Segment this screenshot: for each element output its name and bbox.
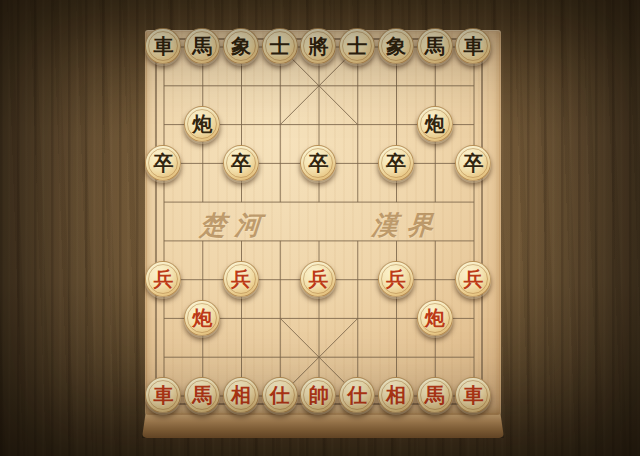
board-cell-r6c7[interactable]: [415, 260, 454, 299]
board-cell-r9c0[interactable]: 車: [144, 376, 183, 415]
piece-red-horse[interactable]: 馬: [417, 377, 453, 413]
board-cell-r0c6[interactable]: 象: [377, 27, 416, 66]
piece-red-soldier[interactable]: 兵: [145, 261, 181, 297]
board-cell-r4c6[interactable]: [377, 182, 416, 221]
piece-red-soldier[interactable]: 兵: [223, 261, 259, 297]
piece-black-general[interactable]: 將: [300, 28, 336, 64]
board-cell-r7c7[interactable]: 炮: [415, 298, 454, 337]
board-cell-r5c8[interactable]: [454, 221, 493, 260]
board-cell-r2c7[interactable]: 炮: [415, 105, 454, 144]
board-cell-r6c0[interactable]: 兵: [144, 260, 183, 299]
piece-red-chariot[interactable]: 車: [455, 377, 491, 413]
board-cell-r5c6[interactable]: [377, 221, 416, 260]
board-cell-r3c2[interactable]: 卒: [222, 143, 261, 182]
board-cell-r9c1[interactable]: 馬: [183, 376, 222, 415]
board-cell-r3c7[interactable]: [415, 143, 454, 182]
board-cell-r2c2[interactable]: [222, 105, 261, 144]
xiangqi-app: 楚河 漢界 車馬象士將士象馬車炮炮卒卒卒卒卒兵兵兵兵兵炮炮車馬相仕帥仕相馬車: [0, 0, 640, 456]
board-cell-r8c0[interactable]: [144, 337, 183, 376]
board-cell-r6c3[interactable]: [260, 260, 299, 299]
board-cell-r0c7[interactable]: 馬: [415, 27, 454, 66]
piece-red-elephant[interactable]: 相: [223, 377, 259, 413]
piece-red-cannon[interactable]: 炮: [417, 300, 453, 336]
board-cell-r6c8[interactable]: 兵: [454, 260, 493, 299]
board-cell-r6c1[interactable]: [183, 260, 222, 299]
board-cell-r1c8[interactable]: [454, 66, 493, 105]
piece-red-chariot[interactable]: 車: [145, 377, 181, 413]
board-cell-r1c4[interactable]: [299, 66, 338, 105]
board-cell-r7c3[interactable]: [260, 298, 299, 337]
board-cell-r6c6[interactable]: 兵: [377, 260, 416, 299]
board-cell-r6c5[interactable]: [338, 260, 377, 299]
board-cell-r3c0[interactable]: 卒: [144, 143, 183, 182]
xiangqi-board: 楚河 漢界 車馬象士將士象馬車炮炮卒卒卒卒卒兵兵兵兵兵炮炮車馬相仕帥仕相馬車: [145, 30, 501, 415]
board-cell-r5c5[interactable]: [338, 221, 377, 260]
piece-black-elephant[interactable]: 象: [378, 28, 414, 64]
board-cell-r0c2[interactable]: 象: [222, 27, 261, 66]
piece-red-advisor[interactable]: 仕: [262, 377, 298, 413]
piece-red-horse[interactable]: 馬: [184, 377, 220, 413]
board-cell-r5c2[interactable]: [222, 221, 261, 260]
board-cell-r9c2[interactable]: 相: [222, 376, 261, 415]
piece-black-advisor[interactable]: 士: [339, 28, 375, 64]
board-cell-r9c8[interactable]: 車: [454, 376, 493, 415]
board-cell-r1c0[interactable]: [144, 66, 183, 105]
board-cell-r4c1[interactable]: [183, 182, 222, 221]
board-cell-r1c5[interactable]: [338, 66, 377, 105]
piece-red-advisor[interactable]: 仕: [339, 377, 375, 413]
piece-black-soldier[interactable]: 卒: [223, 145, 259, 181]
board-cell-r1c2[interactable]: [222, 66, 261, 105]
board-cell-r7c1[interactable]: 炮: [183, 298, 222, 337]
board-cell-r2c4[interactable]: [299, 105, 338, 144]
board-cell-r4c5[interactable]: [338, 182, 377, 221]
board-cell-r3c6[interactable]: 卒: [377, 143, 416, 182]
board-cell-r8c6[interactable]: [377, 337, 416, 376]
piece-red-soldier[interactable]: 兵: [455, 261, 491, 297]
board-cell-r8c7[interactable]: [415, 337, 454, 376]
board-cell-r3c1[interactable]: [183, 143, 222, 182]
board-cell-r0c8[interactable]: 車: [454, 27, 493, 66]
board-cell-r2c6[interactable]: [377, 105, 416, 144]
piece-black-cannon[interactable]: 炮: [417, 106, 453, 142]
board-cell-r0c3[interactable]: 士: [260, 27, 299, 66]
board-cell-r7c6[interactable]: [377, 298, 416, 337]
piece-red-soldier[interactable]: 兵: [378, 261, 414, 297]
board-cell-r4c0[interactable]: [144, 182, 183, 221]
board-cell-r2c3[interactable]: [260, 105, 299, 144]
piece-black-soldier[interactable]: 卒: [145, 145, 181, 181]
board-cell-r5c0[interactable]: [144, 221, 183, 260]
board-cell-r9c4[interactable]: 帥: [299, 376, 338, 415]
piece-black-horse[interactable]: 馬: [417, 28, 453, 64]
board-cell-r2c8[interactable]: [454, 105, 493, 144]
board-cell-r2c0[interactable]: [144, 105, 183, 144]
board-cell-r3c8[interactable]: 卒: [454, 143, 493, 182]
board-cell-r0c4[interactable]: 將: [299, 27, 338, 66]
board-cell-r7c2[interactable]: [222, 298, 261, 337]
piece-black-soldier[interactable]: 卒: [378, 145, 414, 181]
board-cell-r9c6[interactable]: 相: [377, 376, 416, 415]
piece-red-elephant[interactable]: 相: [378, 377, 414, 413]
piece-black-advisor[interactable]: 士: [262, 28, 298, 64]
piece-black-elephant[interactable]: 象: [223, 28, 259, 64]
piece-black-cannon[interactable]: 炮: [184, 106, 220, 142]
board-cell-r8c2[interactable]: [222, 337, 261, 376]
board-cell-r1c6[interactable]: [377, 66, 416, 105]
piece-black-soldier[interactable]: 卒: [300, 145, 336, 181]
piece-red-cannon[interactable]: 炮: [184, 300, 220, 336]
board-cell-r9c5[interactable]: 仕: [338, 376, 377, 415]
board-cell-r8c4[interactable]: [299, 337, 338, 376]
board-cell-r5c1[interactable]: [183, 221, 222, 260]
board-cell-r0c1[interactable]: 馬: [183, 27, 222, 66]
board-cell-r3c3[interactable]: [260, 143, 299, 182]
board-cell-r5c7[interactable]: [415, 221, 454, 260]
board-cell-r4c4[interactable]: [299, 182, 338, 221]
piece-red-general[interactable]: 帥: [300, 377, 336, 413]
board-cell-r1c1[interactable]: [183, 66, 222, 105]
board-cell-r4c7[interactable]: [415, 182, 454, 221]
piece-black-horse[interactable]: 馬: [184, 28, 220, 64]
board-cell-r0c5[interactable]: 士: [338, 27, 377, 66]
board-cell-r2c1[interactable]: 炮: [183, 105, 222, 144]
board-cell-r6c4[interactable]: 兵: [299, 260, 338, 299]
board-cell-r7c0[interactable]: [144, 298, 183, 337]
piece-black-soldier[interactable]: 卒: [455, 145, 491, 181]
board-cell-r0c0[interactable]: 車: [144, 27, 183, 66]
board-cell-r4c2[interactable]: [222, 182, 261, 221]
board-cell-r4c8[interactable]: [454, 182, 493, 221]
piece-red-soldier[interactable]: 兵: [300, 261, 336, 297]
board-cell-r5c3[interactable]: [260, 221, 299, 260]
piece-grid: 車馬象士將士象馬車炮炮卒卒卒卒卒兵兵兵兵兵炮炮車馬相仕帥仕相馬車: [144, 27, 493, 415]
board-cell-r1c3[interactable]: [260, 66, 299, 105]
board-cell-r7c8[interactable]: [454, 298, 493, 337]
board-cell-r6c2[interactable]: 兵: [222, 260, 261, 299]
board-cell-r8c5[interactable]: [338, 337, 377, 376]
board-cell-r5c4[interactable]: [299, 221, 338, 260]
board-cell-r9c7[interactable]: 馬: [415, 376, 454, 415]
board-cell-r4c3[interactable]: [260, 182, 299, 221]
piece-black-chariot[interactable]: 車: [455, 28, 491, 64]
board-cell-r8c1[interactable]: [183, 337, 222, 376]
board-cell-r7c4[interactable]: [299, 298, 338, 337]
board-cell-r7c5[interactable]: [338, 298, 377, 337]
board-cell-r3c4[interactable]: 卒: [299, 143, 338, 182]
board-cell-r8c8[interactable]: [454, 337, 493, 376]
board-cell-r3c5[interactable]: [338, 143, 377, 182]
piece-black-chariot[interactable]: 車: [145, 28, 181, 64]
board-cell-r1c7[interactable]: [415, 66, 454, 105]
board-cell-r2c5[interactable]: [338, 105, 377, 144]
board-cell-r9c3[interactable]: 仕: [260, 376, 299, 415]
board-side-edge: [142, 413, 504, 438]
board-cell-r8c3[interactable]: [260, 337, 299, 376]
